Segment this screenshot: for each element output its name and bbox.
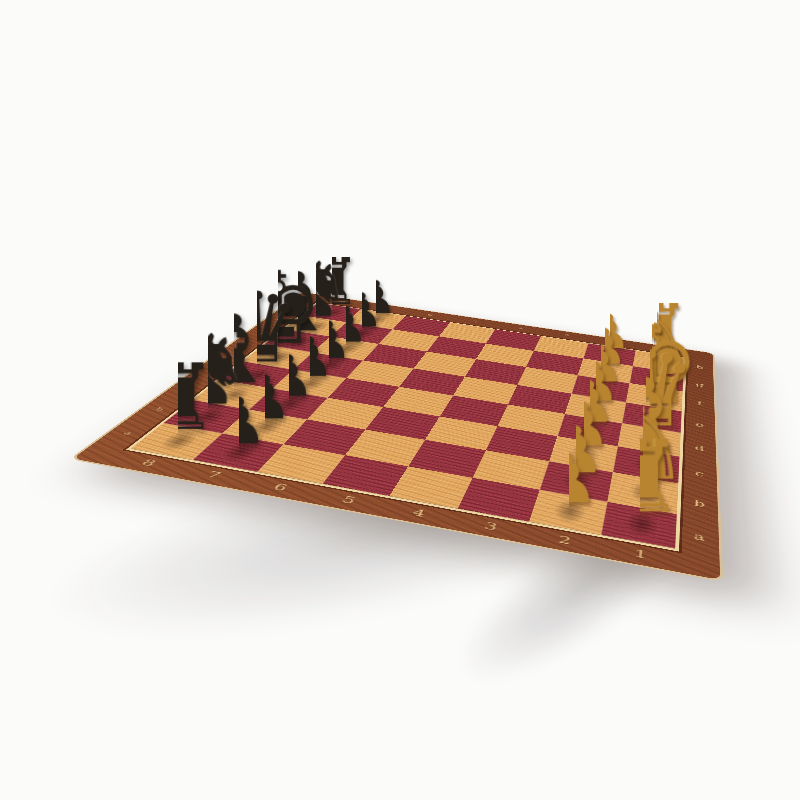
- chess-board: 87654321 abcdefgh abcdefgh 87654321 ♜♞♝♛…: [69, 292, 723, 582]
- rank-label-3: 3: [482, 520, 499, 533]
- file-label-a: a: [694, 531, 705, 543]
- rank-label-6: 6: [270, 481, 290, 493]
- scene: 87654321 abcdefgh abcdefgh 87654321 ♜♞♝♛…: [0, 0, 800, 800]
- rank-label-7: 7: [203, 469, 224, 481]
- rank-label-1: 1: [633, 547, 647, 561]
- rank-label-4: 4: [409, 507, 427, 520]
- photo-stage: 87654321 abcdefgh abcdefgh 87654321 ♜♞♝♛…: [0, 0, 800, 800]
- file-label-d: d: [695, 444, 705, 453]
- white-rook-icon: ♜: [595, 430, 684, 524]
- rank-label-3-far: 3: [564, 334, 570, 338]
- rank-label-8: 8: [137, 457, 159, 468]
- file-label-c: c: [695, 469, 704, 478]
- rank-label-2: 2: [556, 533, 572, 547]
- black-rook-icon: ♜: [137, 354, 219, 441]
- white-pawn-icon: ♟: [539, 447, 600, 511]
- rank-label-6-far: 6: [426, 313, 433, 316]
- rank-label-4-far: 4: [517, 327, 524, 330]
- black-pawn-icon: ♟: [211, 391, 268, 452]
- rank-label-5-far: 5: [472, 320, 479, 323]
- file-label-b: b: [694, 498, 705, 509]
- rank-label-5: 5: [339, 494, 358, 506]
- file-label-a-far: a: [121, 430, 134, 436]
